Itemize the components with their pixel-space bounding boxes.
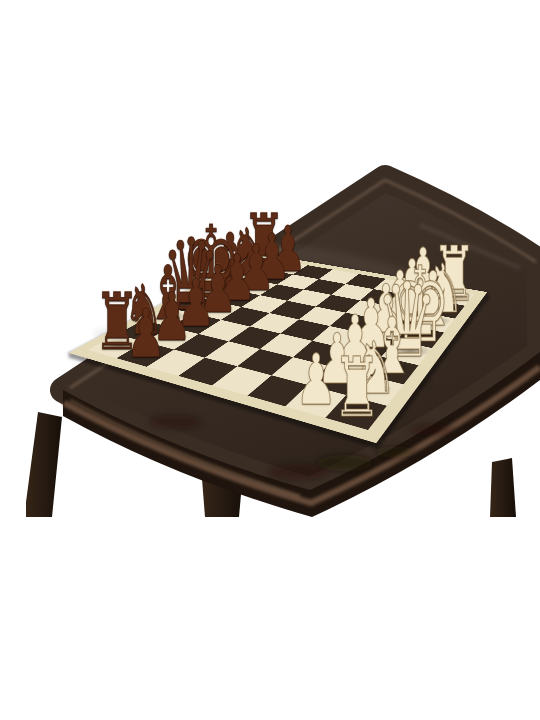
product-photo: ♜♞♝♛♚♝♞♜♟♟♟♟♟♟♟♟♟♟♟♟♟♟♟♟♜♞♝♛♚♝♞♜ (0, 0, 540, 720)
piece-black-pawn[interactable]: ♟ (125, 299, 165, 367)
photo-area: ♜♞♝♛♚♝♞♜♟♟♟♟♟♟♟♟♟♟♟♟♟♟♟♟♜♞♝♛♚♝♞♜ (0, 0, 540, 517)
table-leg-left (26, 412, 62, 517)
table-leg-right (490, 458, 516, 517)
piece-white-pawn[interactable]: ♟ (295, 344, 337, 415)
piece-white-rook[interactable]: ♜ (332, 346, 381, 429)
